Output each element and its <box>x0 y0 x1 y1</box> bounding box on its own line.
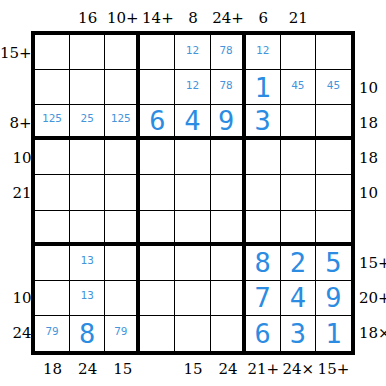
cell-r7c7[interactable]: 8 <box>246 246 281 281</box>
cell-r6c8[interactable] <box>281 211 316 246</box>
cell-r7c5[interactable] <box>175 246 210 281</box>
clue-bottom-c8: 24× <box>281 356 316 386</box>
clue-top-c5: 8 <box>175 0 210 31</box>
cell-r1c2[interactable] <box>70 35 105 70</box>
cell-r2c3[interactable] <box>105 70 140 105</box>
big-digit: 8 <box>79 320 95 347</box>
cell-r8c8[interactable]: 4 <box>281 281 316 316</box>
clue-top-c6: 24+ <box>211 0 246 31</box>
clue-left-r9: 24 <box>0 316 33 351</box>
big-digit: 1 <box>255 74 271 101</box>
cell-r3c8[interactable] <box>281 105 316 140</box>
cell-r7c6[interactable] <box>211 246 246 281</box>
cell-r3c7[interactable]: 3 <box>246 105 281 140</box>
cell-r4c5[interactable] <box>175 140 210 175</box>
cell-r4c3[interactable] <box>105 140 140 175</box>
cell-r6c9[interactable] <box>316 211 351 246</box>
clue-right-r8: 20+ <box>357 281 386 316</box>
cell-r1c5[interactable]: 12 <box>175 35 210 70</box>
big-digit: 6 <box>255 320 271 347</box>
clue-left-r6 <box>0 211 33 246</box>
board: 1278121278145451252512564931382513749798… <box>31 31 355 355</box>
cell-r7c9[interactable]: 5 <box>316 246 351 281</box>
cell-r1c4[interactable] <box>140 35 175 70</box>
cell-r2c6[interactable]: 78 <box>211 70 246 105</box>
cell-r5c3[interactable] <box>105 175 140 210</box>
cell-r4c8[interactable] <box>281 140 316 175</box>
pencil-marks: 12 <box>186 80 199 91</box>
cell-r8c9[interactable]: 9 <box>316 281 351 316</box>
pencil-marks: 79 <box>114 326 127 337</box>
cell-r8c4[interactable] <box>140 281 175 316</box>
pencil-marks: 125 <box>42 113 62 124</box>
cell-r5c6[interactable] <box>211 175 246 210</box>
cell-r8c2[interactable]: 13 <box>70 281 105 316</box>
clue-top-c1 <box>35 0 70 31</box>
pencil-marks: 45 <box>327 80 340 91</box>
pencil-marks: 78 <box>219 80 232 91</box>
cell-r5c1[interactable] <box>35 175 70 210</box>
clue-bottom-c2: 24 <box>70 356 105 386</box>
clue-right-r5: 10 <box>357 175 386 210</box>
clue-left-r1: 15+ <box>0 35 33 70</box>
big-digit: 4 <box>290 284 306 311</box>
cell-r1c9[interactable] <box>316 35 351 70</box>
clue-top-c7: 6 <box>246 0 281 31</box>
pencil-marks: 125 <box>111 113 131 124</box>
cell-r6c1[interactable] <box>35 211 70 246</box>
cell-r8c5[interactable] <box>175 281 210 316</box>
clue-right-r3: 18 <box>357 105 386 140</box>
cell-r4c7[interactable] <box>246 140 281 175</box>
clue-bottom-c1: 18 <box>35 356 70 386</box>
clue-bottom-c7: 21+ <box>246 356 281 386</box>
pencil-marks: 12 <box>186 45 199 56</box>
cell-r6c4[interactable] <box>140 211 175 246</box>
cell-r6c6[interactable] <box>211 211 246 246</box>
big-digit: 6 <box>149 107 165 134</box>
cell-r7c1[interactable] <box>35 246 70 281</box>
cell-r3c4[interactable]: 6 <box>140 105 175 140</box>
clue-bottom-c4 <box>140 356 175 386</box>
cell-r2c1[interactable] <box>35 70 70 105</box>
pencil-marks: 13 <box>81 255 94 266</box>
clue-left-r5: 21 <box>0 175 33 210</box>
cell-r1c3[interactable] <box>105 35 140 70</box>
cell-r8c6[interactable] <box>211 281 246 316</box>
cell-r3c1[interactable]: 125 <box>35 105 70 140</box>
cell-r4c9[interactable] <box>316 140 351 175</box>
pencil-marks: 45 <box>291 80 304 91</box>
clue-right-r6 <box>357 211 386 246</box>
cell-r2c7[interactable]: 1 <box>246 70 281 105</box>
cell-r1c6[interactable]: 78 <box>211 35 246 70</box>
clue-bottom-c3: 15 <box>105 356 140 386</box>
cell-r3c2[interactable]: 25 <box>70 105 105 140</box>
cell-r2c2[interactable] <box>70 70 105 105</box>
cell-r5c8[interactable] <box>281 175 316 210</box>
clue-top-c3: 10+ <box>105 0 140 31</box>
cell-r3c6[interactable]: 9 <box>211 105 246 140</box>
cell-r1c7[interactable]: 12 <box>246 35 281 70</box>
pencil-marks: 25 <box>81 113 94 124</box>
big-digit: 8 <box>255 249 271 276</box>
clue-top-c9 <box>316 0 351 31</box>
clue-left-r2 <box>0 70 33 105</box>
clue-right-r2: 10 <box>357 70 386 105</box>
pencil-marks: 78 <box>219 45 232 56</box>
cell-r6c7[interactable] <box>246 211 281 246</box>
cell-r7c3[interactable] <box>105 246 140 281</box>
clue-top-c2: 16 <box>70 0 105 31</box>
cell-r8c1[interactable] <box>35 281 70 316</box>
right-clues: 1018181015+20+18× <box>357 35 386 351</box>
cell-r9c4[interactable] <box>140 316 175 351</box>
cell-r8c7[interactable]: 7 <box>246 281 281 316</box>
big-digit: 2 <box>290 249 306 276</box>
big-digit: 5 <box>325 249 341 276</box>
clue-right-r7: 15+ <box>357 246 386 281</box>
cell-r4c2[interactable] <box>70 140 105 175</box>
cell-r9c7[interactable]: 6 <box>246 316 281 351</box>
pencil-marks: 12 <box>256 45 269 56</box>
clue-left-r4: 10 <box>0 140 33 175</box>
cell-r7c4[interactable] <box>140 246 175 281</box>
cell-r7c8[interactable]: 2 <box>281 246 316 281</box>
clue-left-r8: 10 <box>0 281 33 316</box>
cell-r6c5[interactable] <box>175 211 210 246</box>
big-digit: 9 <box>218 107 234 134</box>
cell-r4c1[interactable] <box>35 140 70 175</box>
cell-r9c3[interactable]: 79 <box>105 316 140 351</box>
cell-r2c8[interactable]: 45 <box>281 70 316 105</box>
big-digit: 1 <box>325 320 341 347</box>
cell-r6c3[interactable] <box>105 211 140 246</box>
cell-r2c9[interactable]: 45 <box>316 70 351 105</box>
clue-right-r9: 18× <box>357 316 386 351</box>
cell-r5c2[interactable] <box>70 175 105 210</box>
cell-r1c8[interactable] <box>281 35 316 70</box>
cell-r5c9[interactable] <box>316 175 351 210</box>
big-digit: 7 <box>255 284 271 311</box>
clue-left-r7 <box>0 246 33 281</box>
cell-r3c9[interactable] <box>316 105 351 140</box>
clue-top-c8: 21 <box>281 0 316 31</box>
cell-r4c4[interactable] <box>140 140 175 175</box>
cell-r9c5[interactable] <box>175 316 210 351</box>
cell-r8c3[interactable] <box>105 281 140 316</box>
clue-bottom-c5: 15 <box>175 356 210 386</box>
big-digit: 3 <box>290 320 306 347</box>
cell-r2c4[interactable] <box>140 70 175 105</box>
cell-r7c2[interactable]: 13 <box>70 246 105 281</box>
pencil-marks: 79 <box>45 326 58 337</box>
cell-r5c4[interactable] <box>140 175 175 210</box>
cell-r3c5[interactable]: 4 <box>175 105 210 140</box>
cell-r9c9[interactable]: 1 <box>316 316 351 351</box>
pencil-marks: 13 <box>81 290 94 301</box>
puzzle-stage: 1610+14+824+621 15+8+10211024 1018181015… <box>0 0 386 386</box>
cell-r9c2[interactable]: 8 <box>70 316 105 351</box>
cell-r2c5[interactable]: 12 <box>175 70 210 105</box>
left-clues: 15+8+10211024 <box>0 35 29 351</box>
clue-right-r4: 18 <box>357 140 386 175</box>
cell-r9c1[interactable]: 79 <box>35 316 70 351</box>
cell-r3c3[interactable]: 125 <box>105 105 140 140</box>
cell-r4c6[interactable] <box>211 140 246 175</box>
cell-r9c6[interactable] <box>211 316 246 351</box>
big-digit: 4 <box>184 107 200 134</box>
cell-r1c1[interactable] <box>35 35 70 70</box>
cell-r5c5[interactable] <box>175 175 210 210</box>
big-digit: 9 <box>325 284 341 311</box>
cell-r9c8[interactable]: 3 <box>281 316 316 351</box>
clue-bottom-c6: 24 <box>211 356 246 386</box>
clue-top-c4: 14+ <box>140 0 175 31</box>
cell-r5c7[interactable] <box>246 175 281 210</box>
cell-r6c2[interactable] <box>70 211 105 246</box>
clue-bottom-c9: 15+ <box>316 356 351 386</box>
clue-left-r3: 8+ <box>0 105 33 140</box>
clue-right-r1 <box>357 35 386 70</box>
big-digit: 3 <box>255 107 271 134</box>
top-clues: 1610+14+824+621 <box>35 0 351 31</box>
bottom-clues: 182415152421+24×15+ <box>35 356 351 386</box>
